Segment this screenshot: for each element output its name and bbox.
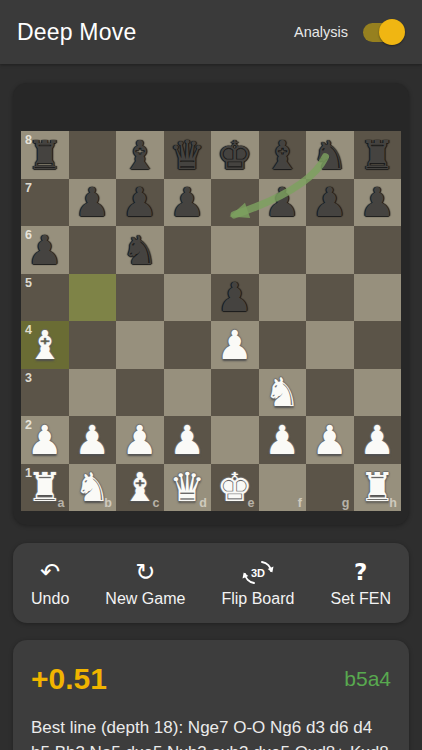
square-a1[interactable]: ♜1a: [21, 464, 69, 512]
square-e8[interactable]: ♚: [211, 131, 259, 179]
piece-black-pawn: ♟: [122, 182, 158, 222]
piece-white-pawn: ♟: [122, 420, 158, 460]
evaluation-score: +0.51: [31, 662, 107, 696]
square-c3[interactable]: [116, 369, 164, 417]
square-h3[interactable]: [354, 369, 402, 417]
app-title: Deep Move: [17, 19, 136, 46]
piece-white-pawn: ♟: [27, 420, 63, 460]
square-c7[interactable]: ♟: [116, 179, 164, 227]
file-label-h: h: [389, 496, 397, 510]
file-label-c: c: [153, 496, 160, 510]
square-d7[interactable]: ♟: [164, 179, 212, 227]
flip-board-label: Flip Board: [221, 590, 294, 608]
rank-label-6: 6: [25, 228, 32, 242]
square-a4[interactable]: ♝4: [21, 321, 69, 369]
square-g8[interactable]: ♞: [306, 131, 354, 179]
piece-white-pawn: ♟: [74, 420, 110, 460]
square-b2[interactable]: ♟: [69, 416, 117, 464]
file-label-d: d: [199, 496, 207, 510]
square-d2[interactable]: ♟: [164, 416, 212, 464]
piece-black-pawn: ♟: [359, 182, 395, 222]
square-d3[interactable]: [164, 369, 212, 417]
rank-label-7: 7: [25, 181, 32, 195]
square-h6[interactable]: [354, 226, 402, 274]
square-e4[interactable]: ♟: [211, 321, 259, 369]
rank-label-8: 8: [25, 133, 32, 147]
square-a7[interactable]: 7: [21, 179, 69, 227]
square-a2[interactable]: ♟2: [21, 416, 69, 464]
square-f5[interactable]: [259, 274, 307, 322]
chess-board[interactable]: ♜8♝♛♚♝♞♜7♟♟♟♟♟♟♟6♞5♟♝4♟3♞♟2♟♟♟♟♟♟♜1a♞b♝c…: [21, 131, 401, 511]
square-g4[interactable]: [306, 321, 354, 369]
square-e6[interactable]: [211, 226, 259, 274]
piece-black-pawn: ♟: [74, 182, 110, 222]
square-g7[interactable]: ♟: [306, 179, 354, 227]
file-label-f: f: [298, 496, 302, 510]
square-h2[interactable]: ♟: [354, 416, 402, 464]
rank-label-2: 2: [25, 418, 32, 432]
square-f3[interactable]: ♞: [259, 369, 307, 417]
piece-white-bishop: ♝: [27, 325, 63, 365]
square-d6[interactable]: [164, 226, 212, 274]
rank-label-3: 3: [25, 371, 32, 385]
file-label-e: e: [248, 496, 255, 510]
evaluation-move: b5a4: [344, 667, 391, 691]
square-h7[interactable]: ♟: [354, 179, 402, 227]
square-e1[interactable]: ♚e: [211, 464, 259, 512]
set-fen-label: Set FEN: [330, 590, 390, 608]
square-c2[interactable]: ♟: [116, 416, 164, 464]
evaluation-panel: +0.51 b5a4 Best line (depth 18): Nge7 O-…: [13, 640, 409, 750]
piece-white-pawn: ♟: [359, 420, 395, 460]
piece-white-pawn: ♟: [217, 325, 253, 365]
square-c6[interactable]: ♞: [116, 226, 164, 274]
toolbar: ↶ Undo ↻ New Game 3D Flip Board ? Set FE…: [13, 543, 409, 623]
square-e2[interactable]: [211, 416, 259, 464]
square-f7[interactable]: ♟: [259, 179, 307, 227]
square-c5[interactable]: [116, 274, 164, 322]
square-b4[interactable]: [69, 321, 117, 369]
square-g5[interactable]: [306, 274, 354, 322]
piece-black-queen: ♛: [169, 135, 205, 175]
flip-board-button[interactable]: 3D Flip Board: [221, 559, 294, 608]
square-d8[interactable]: ♛: [164, 131, 212, 179]
piece-black-knight: ♞: [122, 230, 158, 270]
best-line-text: Best line (depth 18): Nge7 O-O Ng6 d3 d6…: [31, 715, 391, 750]
toggle-knob: [379, 19, 405, 45]
rotate-3d-icon: 3D: [240, 559, 276, 586]
square-g2[interactable]: ♟: [306, 416, 354, 464]
deep-move-app: Deep Move Analysis ♜8♝♛♚♝♞♜7♟♟♟♟♟♟♟6♞5♟♝…: [0, 0, 422, 750]
piece-black-pawn: ♟: [27, 230, 63, 270]
file-label-a: a: [58, 496, 65, 510]
piece-black-bishop: ♝: [122, 135, 158, 175]
square-b5[interactable]: [69, 274, 117, 322]
piece-white-knight: ♞: [264, 372, 300, 412]
analysis-toggle[interactable]: [363, 19, 405, 45]
piece-white-pawn: ♟: [264, 420, 300, 460]
piece-black-rook: ♜: [359, 135, 395, 175]
square-g6[interactable]: [306, 226, 354, 274]
piece-black-rook: ♜: [27, 135, 63, 175]
file-label-g: g: [342, 496, 350, 510]
square-a8[interactable]: ♜8: [21, 131, 69, 179]
piece-white-pawn: ♟: [312, 420, 348, 460]
square-c1[interactable]: ♝c: [116, 464, 164, 512]
new-game-button[interactable]: ↻ New Game: [105, 559, 185, 608]
piece-black-pawn: ♟: [217, 277, 253, 317]
square-c8[interactable]: ♝: [116, 131, 164, 179]
square-b3[interactable]: [69, 369, 117, 417]
square-h4[interactable]: [354, 321, 402, 369]
rank-label-1: 1: [25, 466, 32, 480]
piece-white-pawn: ♟: [169, 420, 205, 460]
square-e5[interactable]: ♟: [211, 274, 259, 322]
board-card: ♜8♝♛♚♝♞♜7♟♟♟♟♟♟♟6♞5♟♝4♟3♞♟2♟♟♟♟♟♟♜1a♞b♝c…: [13, 83, 409, 525]
undo-arrow-icon: ↶: [37, 559, 64, 586]
square-h8[interactable]: ♜: [354, 131, 402, 179]
square-g1[interactable]: g: [306, 464, 354, 512]
piece-black-pawn: ♟: [169, 182, 205, 222]
undo-label: Undo: [31, 590, 69, 608]
file-label-b: b: [104, 496, 112, 510]
square-b1[interactable]: ♞b: [69, 464, 117, 512]
piece-black-king: ♚: [217, 135, 253, 175]
square-f2[interactable]: ♟: [259, 416, 307, 464]
square-b6[interactable]: [69, 226, 117, 274]
square-g3[interactable]: [306, 369, 354, 417]
piece-black-pawn: ♟: [264, 182, 300, 222]
analysis-label: Analysis: [294, 24, 348, 40]
app-header: Deep Move Analysis: [0, 0, 422, 64]
square-h5[interactable]: [354, 274, 402, 322]
square-b8[interactable]: [69, 131, 117, 179]
square-d4[interactable]: [164, 321, 212, 369]
rank-label-5: 5: [25, 276, 32, 290]
rank-label-4: 4: [25, 323, 32, 337]
piece-black-pawn: ♟: [312, 182, 348, 222]
square-f4[interactable]: [259, 321, 307, 369]
question-mark-icon: ?: [347, 559, 374, 586]
set-fen-button[interactable]: ? Set FEN: [330, 559, 390, 608]
new-game-label: New Game: [105, 590, 185, 608]
square-f8[interactable]: ♝: [259, 131, 307, 179]
rotate-3d-icon-text: 3D: [251, 567, 265, 579]
restart-circle-icon: ↻: [132, 559, 159, 586]
piece-black-bishop: ♝: [264, 135, 300, 175]
header-right: Analysis: [294, 19, 405, 45]
square-f1[interactable]: f: [259, 464, 307, 512]
square-b7[interactable]: ♟: [69, 179, 117, 227]
square-a5[interactable]: 5: [21, 274, 69, 322]
square-h1[interactable]: ♜h: [354, 464, 402, 512]
evaluation-row: +0.51 b5a4: [31, 662, 391, 696]
piece-black-knight: ♞: [312, 135, 348, 175]
square-e3[interactable]: [211, 369, 259, 417]
undo-button[interactable]: ↶ Undo: [31, 559, 69, 608]
square-d1[interactable]: ♛d: [164, 464, 212, 512]
square-f6[interactable]: [259, 226, 307, 274]
square-a6[interactable]: ♟6: [21, 226, 69, 274]
square-c4[interactable]: [116, 321, 164, 369]
square-a3[interactable]: 3: [21, 369, 69, 417]
square-d5[interactable]: [164, 274, 212, 322]
square-e7[interactable]: [211, 179, 259, 227]
